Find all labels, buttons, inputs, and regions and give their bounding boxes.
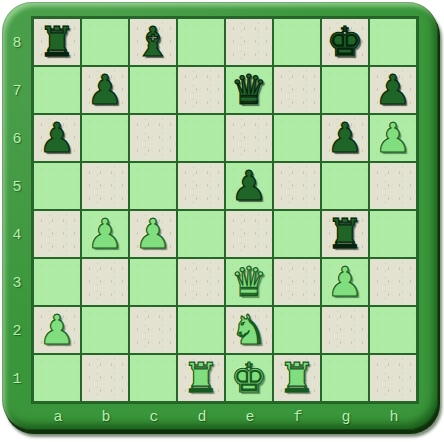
square-a6[interactable]: ♟	[34, 115, 80, 161]
rank-label-3: 3	[2, 259, 32, 307]
piece-white-pawn[interactable]: ♟	[375, 115, 412, 161]
rank-label-7: 7	[2, 67, 32, 115]
square-e1[interactable]: ♚	[226, 355, 272, 401]
square-f2[interactable]	[274, 307, 320, 353]
square-c5[interactable]	[130, 163, 176, 209]
file-label-d: d	[178, 403, 226, 431]
square-d5[interactable]	[178, 163, 224, 209]
square-d8[interactable]	[178, 19, 224, 65]
square-a8[interactable]: ♜	[34, 19, 80, 65]
square-a4[interactable]	[34, 211, 80, 257]
square-e8[interactable]	[226, 19, 272, 65]
square-e5[interactable]: ♟	[226, 163, 272, 209]
square-b7[interactable]: ♟	[82, 67, 128, 113]
square-e7[interactable]: ♛	[226, 67, 272, 113]
square-b2[interactable]	[82, 307, 128, 353]
piece-black-pawn[interactable]: ♟	[327, 115, 364, 161]
square-h5[interactable]	[370, 163, 416, 209]
piece-white-rook[interactable]: ♜	[183, 355, 220, 401]
square-d7[interactable]	[178, 67, 224, 113]
square-b3[interactable]	[82, 259, 128, 305]
chess-board-window: 87654321 abcdefgh ♜♝♚♟♛♟♟♟♟♟♟♟♜♛♟♟♞♜♚♜	[0, 0, 444, 442]
square-g3[interactable]: ♟	[322, 259, 368, 305]
square-g8[interactable]: ♚	[322, 19, 368, 65]
piece-black-rook[interactable]: ♜	[327, 211, 364, 257]
piece-white-pawn[interactable]: ♟	[39, 307, 76, 353]
rank-label-6: 6	[2, 115, 32, 163]
rank-label-4: 4	[2, 211, 32, 259]
file-label-e: e	[226, 403, 274, 431]
square-d4[interactable]	[178, 211, 224, 257]
piece-white-knight[interactable]: ♞	[231, 307, 268, 353]
square-f1[interactable]: ♜	[274, 355, 320, 401]
rank-labels: 87654321	[2, 19, 32, 403]
square-f5[interactable]	[274, 163, 320, 209]
square-f7[interactable]	[274, 67, 320, 113]
piece-white-pawn[interactable]: ♟	[87, 211, 124, 257]
piece-black-king[interactable]: ♚	[327, 19, 364, 65]
square-f8[interactable]	[274, 19, 320, 65]
square-f6[interactable]	[274, 115, 320, 161]
square-h3[interactable]	[370, 259, 416, 305]
square-h8[interactable]	[370, 19, 416, 65]
file-label-a: a	[34, 403, 82, 431]
square-c7[interactable]	[130, 67, 176, 113]
piece-white-king[interactable]: ♚	[231, 355, 268, 401]
square-h1[interactable]	[370, 355, 416, 401]
square-g2[interactable]	[322, 307, 368, 353]
square-g5[interactable]	[322, 163, 368, 209]
rank-label-8: 8	[2, 19, 32, 67]
file-label-f: f	[274, 403, 322, 431]
square-h2[interactable]	[370, 307, 416, 353]
chess-board: ♜♝♚♟♛♟♟♟♟♟♟♟♜♛♟♟♞♜♚♜	[32, 17, 418, 403]
square-a5[interactable]	[34, 163, 80, 209]
piece-black-pawn[interactable]: ♟	[231, 163, 268, 209]
square-e2[interactable]: ♞	[226, 307, 272, 353]
piece-white-pawn[interactable]: ♟	[327, 259, 364, 305]
square-b5[interactable]	[82, 163, 128, 209]
piece-black-pawn[interactable]: ♟	[39, 115, 76, 161]
square-a7[interactable]	[34, 67, 80, 113]
piece-black-queen[interactable]: ♛	[231, 67, 268, 113]
square-b4[interactable]: ♟	[82, 211, 128, 257]
piece-white-rook[interactable]: ♜	[279, 355, 316, 401]
square-d2[interactable]	[178, 307, 224, 353]
piece-black-pawn[interactable]: ♟	[375, 67, 412, 113]
file-label-g: g	[322, 403, 370, 431]
square-h6[interactable]: ♟	[370, 115, 416, 161]
square-c4[interactable]: ♟	[130, 211, 176, 257]
file-label-c: c	[130, 403, 178, 431]
square-c8[interactable]: ♝	[130, 19, 176, 65]
square-d6[interactable]	[178, 115, 224, 161]
square-a3[interactable]	[34, 259, 80, 305]
square-c2[interactable]	[130, 307, 176, 353]
square-e3[interactable]: ♛	[226, 259, 272, 305]
square-a2[interactable]: ♟	[34, 307, 80, 353]
square-g1[interactable]	[322, 355, 368, 401]
piece-black-bishop[interactable]: ♝	[135, 19, 172, 65]
square-c1[interactable]	[130, 355, 176, 401]
square-h4[interactable]	[370, 211, 416, 257]
piece-white-pawn[interactable]: ♟	[135, 211, 172, 257]
rank-label-1: 1	[2, 355, 32, 403]
square-h7[interactable]: ♟	[370, 67, 416, 113]
square-a1[interactable]	[34, 355, 80, 401]
rank-label-2: 2	[2, 307, 32, 355]
square-e4[interactable]	[226, 211, 272, 257]
square-f3[interactable]	[274, 259, 320, 305]
square-d3[interactable]	[178, 259, 224, 305]
file-labels: abcdefgh	[34, 403, 418, 431]
square-b6[interactable]	[82, 115, 128, 161]
square-c3[interactable]	[130, 259, 176, 305]
file-label-h: h	[370, 403, 418, 431]
square-g4[interactable]: ♜	[322, 211, 368, 257]
piece-black-pawn[interactable]: ♟	[87, 67, 124, 113]
square-b8[interactable]	[82, 19, 128, 65]
square-g6[interactable]: ♟	[322, 115, 368, 161]
square-f4[interactable]	[274, 211, 320, 257]
square-b1[interactable]	[82, 355, 128, 401]
square-e6[interactable]	[226, 115, 272, 161]
rank-label-5: 5	[2, 163, 32, 211]
square-g7[interactable]	[322, 67, 368, 113]
piece-black-rook[interactable]: ♜	[39, 19, 76, 65]
file-label-b: b	[82, 403, 130, 431]
square-c6[interactable]	[130, 115, 176, 161]
piece-white-queen[interactable]: ♛	[231, 259, 268, 305]
square-d1[interactable]: ♜	[178, 355, 224, 401]
